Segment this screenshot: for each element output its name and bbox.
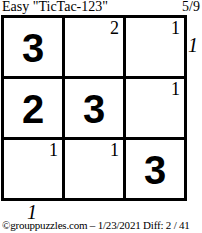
puzzle-title: Easy "TicTac-123" (2, 0, 108, 14)
cell-r2c2[interactable]: 3 (65, 79, 123, 137)
cell-r2c1[interactable]: 2 (4, 79, 62, 137)
cell-r1c1[interactable]: 3 (4, 18, 62, 76)
cell-r1c2[interactable]: 2 (65, 18, 123, 76)
corner-clue: 2 (110, 19, 119, 37)
corner-clue: 1 (171, 19, 180, 37)
tictac123-board: 3 2 1 2 3 1 1 1 (1, 15, 187, 201)
cell-value: 3 (83, 87, 105, 129)
cell-value: 2 (22, 87, 44, 129)
cell-r3c3[interactable]: 3 (126, 140, 184, 198)
corner-clue: 1 (171, 80, 180, 98)
header: Easy "TicTac-123" 5/9 (2, 0, 200, 14)
cell-value: 3 (22, 26, 44, 68)
cell-r3c1[interactable]: 1 (4, 140, 62, 198)
copyright-line: ©grouppuzzles.com – 1/23/2021 Diff: 2 / … (2, 219, 202, 232)
corner-clue: 1 (49, 141, 58, 159)
row1-outside-clue: 1 (188, 35, 198, 55)
puzzle-page: Easy "TicTac-123" 5/9 3 2 1 2 3 1 (0, 0, 202, 233)
cell-value: 3 (144, 148, 166, 190)
page-indicator: 5/9 (182, 0, 200, 14)
cell-r2c3[interactable]: 1 (126, 79, 184, 137)
cell-r1c3[interactable]: 1 (126, 18, 184, 76)
corner-clue: 1 (110, 141, 119, 159)
cell-r3c2[interactable]: 1 (65, 140, 123, 198)
